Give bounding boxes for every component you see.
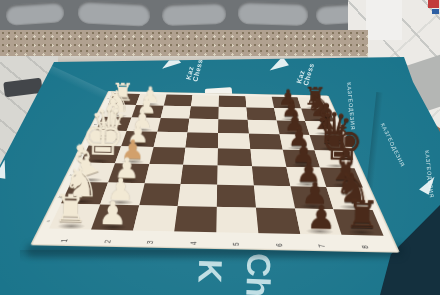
square-d5[interactable] (218, 133, 250, 149)
square-d6[interactable] (249, 134, 283, 150)
counter-back-panel (0, 0, 368, 32)
file-label-c: c (52, 172, 90, 177)
board-grid: ♜♟♟♜♞♟♟♞♝♟♟♝♛♟♟♛♚♟♟♚♝♟♟♝♞♟♟♞♜♟♟♜ (49, 93, 384, 235)
square-g6[interactable] (254, 186, 295, 209)
black-rook-h8[interactable]: ♜ (341, 195, 383, 234)
square-b6[interactable] (246, 107, 276, 120)
red-signage (428, 0, 439, 8)
kazchess-logo-text: KazChess (185, 56, 205, 82)
square-d3[interactable] (153, 132, 187, 148)
rank-label-5: 5 (230, 230, 244, 260)
granite-countertop (0, 30, 368, 57)
wall-decor-shape (162, 2, 227, 25)
square-b4[interactable] (189, 106, 218, 119)
square-b5[interactable] (218, 107, 247, 120)
white-pawn-h2[interactable]: ♟ (91, 196, 133, 229)
square-c4[interactable] (188, 119, 219, 133)
chess-table-scene: KazChess KazChess Chess КАЗГЕОДЕЗИЯ КАЗГ… (0, 0, 440, 295)
rank-label-4: 4 (186, 229, 201, 259)
square-f6[interactable] (252, 166, 290, 186)
file-label-e: e (71, 137, 104, 141)
chess-board: ♜♟♟♜♞♟♟♞♝♟♟♝♛♟♟♛♚♟♟♚♝♟♟♝♞♟♟♞♜♟♟♜ 1234567… (30, 91, 400, 253)
sponsor-print: КАЗГЕОДЕЗИЯ (380, 122, 407, 168)
square-c5[interactable] (218, 119, 249, 133)
square-e5[interactable] (218, 148, 252, 166)
file-label-b: b (40, 193, 80, 199)
square-c6[interactable] (247, 120, 279, 134)
kazchess-bird-icon (0, 160, 13, 182)
file-label-f: f (80, 122, 111, 126)
square-a4[interactable] (191, 95, 219, 107)
file-label-a: a (26, 218, 70, 225)
big-k-print: K (191, 258, 230, 283)
square-f3[interactable] (144, 164, 183, 184)
square-b3[interactable] (160, 106, 191, 119)
blue-signage (432, 9, 439, 14)
square-e3[interactable] (149, 147, 186, 165)
square-c3[interactable] (157, 118, 189, 132)
black-pawn-h7[interactable]: ♟ (300, 200, 342, 233)
wall-decor-shape (5, 1, 64, 25)
square-g3[interactable] (139, 183, 181, 206)
white-column (366, 0, 402, 40)
square-e4[interactable] (183, 148, 218, 166)
square-g5[interactable] (217, 185, 256, 208)
square-d4[interactable] (186, 132, 219, 148)
big-ch-print: Ch (238, 252, 278, 295)
square-f4[interactable] (181, 165, 218, 185)
file-label-d: d (62, 154, 97, 159)
square-f5[interactable] (217, 165, 253, 185)
wall-decor-shape (77, 0, 150, 26)
square-e6[interactable] (250, 149, 286, 167)
file-label-h: h (94, 97, 122, 100)
wall-decor-shape (238, 1, 309, 25)
square-g4[interactable] (178, 184, 217, 207)
square-a6[interactable] (245, 96, 274, 108)
square-a3[interactable] (163, 94, 192, 106)
square-a5[interactable] (219, 96, 247, 108)
